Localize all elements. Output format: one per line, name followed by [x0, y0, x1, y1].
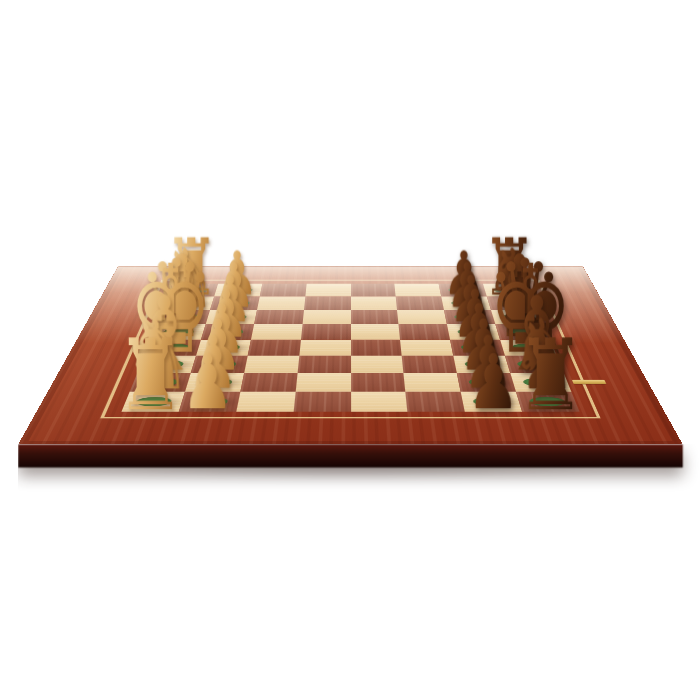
square-e4[interactable] [298, 339, 350, 355]
square-d5[interactable] [350, 324, 400, 339]
board-front-face [18, 444, 683, 467]
square-c4[interactable] [302, 309, 350, 323]
square-a3[interactable] [259, 283, 306, 296]
black-rook-h8[interactable]: ♜ [516, 325, 585, 424]
square-h6[interactable] [405, 391, 464, 411]
square-g3[interactable] [240, 373, 297, 392]
square-f3[interactable] [243, 355, 298, 372]
black-pawn-h7[interactable]: ♟ [466, 345, 519, 421]
scene: ♜♟♟♜♞♟♟♞♝♟♟♝♛♟♟♛♚♟♟♚♝♟♟♝♞♟♟♞♜♟♟♜ [0, 0, 700, 700]
square-e6[interactable] [400, 339, 453, 355]
square-g4[interactable] [295, 373, 350, 392]
white-rook-h1[interactable]: ♜ [115, 325, 184, 424]
photo-canvas: ♜♟♟♜♞♟♟♞♝♟♟♝♛♟♟♛♚♟♟♚♝♟♟♝♞♟♟♞♜♟♟♜ [0, 0, 700, 700]
white-pawn-h2[interactable]: ♟ [181, 345, 234, 421]
square-a6[interactable] [394, 283, 441, 296]
square-b4[interactable] [303, 296, 350, 309]
square-c5[interactable] [350, 309, 398, 323]
square-b5[interactable] [350, 296, 397, 309]
square-h7[interactable]: ♟ [460, 391, 521, 411]
square-f4[interactable] [297, 355, 350, 372]
square-h8[interactable]: ♜ [516, 391, 579, 411]
square-a5[interactable] [350, 283, 395, 296]
chess-board: ♜♟♟♜♞♟♟♞♝♟♟♝♛♟♟♛♚♟♟♚♝♟♟♝♞♟♟♞♜♟♟♜ [18, 266, 683, 444]
square-a4[interactable] [305, 283, 350, 296]
square-c3[interactable] [253, 309, 303, 323]
square-d3[interactable] [250, 324, 301, 339]
square-c6[interactable] [397, 309, 447, 323]
square-d4[interactable] [300, 324, 350, 339]
square-f6[interactable] [402, 355, 457, 372]
square-h5[interactable] [350, 391, 407, 411]
square-g5[interactable] [350, 373, 405, 392]
square-b3[interactable] [256, 296, 304, 309]
square-h1[interactable]: ♜ [121, 391, 184, 411]
square-g6[interactable] [403, 373, 460, 392]
square-e5[interactable] [350, 339, 402, 355]
square-h4[interactable] [293, 391, 350, 411]
square-h3[interactable] [235, 391, 294, 411]
square-d6[interactable] [398, 324, 449, 339]
square-f5[interactable] [350, 355, 403, 372]
square-b6[interactable] [395, 296, 443, 309]
square-h2[interactable]: ♟ [178, 391, 239, 411]
square-e3[interactable] [247, 339, 300, 355]
